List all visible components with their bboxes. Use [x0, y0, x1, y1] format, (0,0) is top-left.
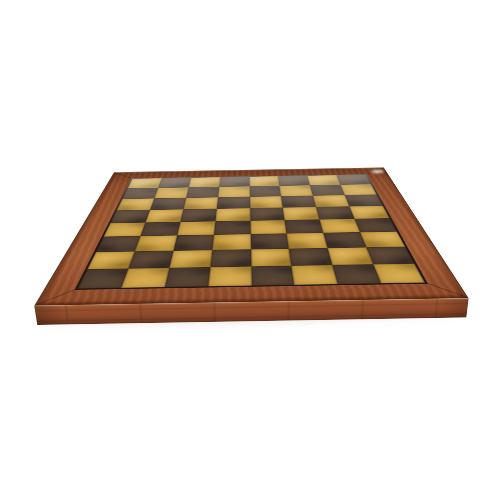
square-a2	[87, 251, 134, 269]
square-a1	[77, 268, 128, 288]
square-b3	[134, 235, 176, 251]
square-a7	[122, 187, 158, 198]
square-h6	[344, 194, 382, 206]
product-photo	[0, 0, 500, 500]
square-a5	[110, 209, 150, 222]
square-f6	[281, 195, 316, 207]
board-squares	[74, 174, 427, 290]
square-f2	[289, 248, 332, 266]
square-f5	[283, 206, 320, 219]
square-g2	[327, 247, 373, 265]
square-c4	[176, 221, 214, 235]
square-h3	[360, 231, 405, 247]
square-b2	[128, 250, 173, 268]
square-c6	[183, 197, 218, 209]
square-g3	[323, 232, 366, 248]
square-e8	[249, 176, 280, 186]
camera-tilt	[0, 0, 500, 500]
square-b5	[145, 209, 183, 222]
square-d1	[207, 266, 250, 286]
square-c2	[169, 250, 212, 268]
square-d2	[209, 249, 250, 267]
square-c8	[188, 177, 219, 187]
square-e7	[249, 185, 281, 196]
square-f7	[279, 185, 312, 196]
square-g5	[316, 206, 354, 219]
square-h7	[340, 184, 376, 195]
square-e1	[250, 265, 294, 285]
square-a4	[103, 222, 145, 236]
square-e3	[250, 233, 289, 249]
square-h4	[354, 218, 396, 232]
square-f8	[278, 175, 310, 185]
square-c7	[186, 186, 219, 197]
board-frame	[34, 167, 469, 305]
square-b6	[150, 197, 186, 209]
square-h2	[366, 246, 414, 264]
square-g8	[307, 175, 340, 185]
square-a6	[116, 198, 153, 210]
frame-mitre-joint	[35, 287, 78, 304]
square-b7	[154, 187, 188, 198]
square-h5	[349, 205, 389, 218]
square-b1	[121, 267, 169, 287]
square-a3	[95, 236, 139, 252]
square-f3	[286, 232, 327, 248]
square-d4	[213, 220, 250, 234]
square-f1	[291, 265, 337, 285]
square-g4	[319, 218, 359, 232]
square-h1	[373, 263, 424, 283]
square-e2	[250, 248, 291, 266]
square-g7	[310, 184, 345, 195]
square-e6	[249, 196, 282, 208]
square-g6	[313, 195, 349, 207]
square-e5	[249, 207, 284, 220]
square-h8	[336, 174, 370, 184]
square-d7	[217, 186, 249, 197]
square-c1	[164, 267, 210, 287]
frame-mitre-joint	[114, 172, 133, 179]
square-a8	[127, 178, 161, 188]
square-g1	[332, 264, 381, 284]
scene	[0, 0, 500, 500]
square-b4	[140, 221, 180, 235]
square-c5	[180, 208, 216, 221]
square-d3	[211, 234, 250, 250]
square-e4	[249, 219, 286, 233]
square-b8	[158, 177, 191, 187]
square-c3	[173, 234, 213, 250]
square-d5	[215, 208, 250, 221]
square-d6	[216, 196, 249, 208]
square-f4	[284, 219, 323, 233]
square-d8	[218, 176, 248, 186]
chessboard	[34, 167, 469, 305]
frame-mitre-joint	[423, 281, 466, 297]
